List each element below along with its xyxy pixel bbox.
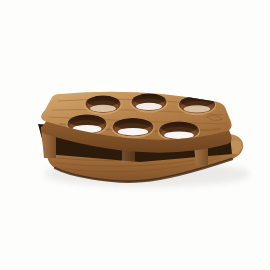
rack-hole-back-1 bbox=[84, 95, 121, 114]
rack-hole-front-2 bbox=[111, 118, 154, 138]
hole-shading bbox=[184, 105, 211, 112]
hole-shading bbox=[164, 131, 194, 139]
hole-shading bbox=[136, 103, 162, 110]
wooden-rack-illustration bbox=[0, 0, 270, 270]
rack-hole-back-2 bbox=[130, 93, 167, 112]
hole-shading bbox=[90, 105, 116, 112]
product-photo bbox=[0, 0, 270, 270]
hole-shading bbox=[118, 128, 148, 136]
